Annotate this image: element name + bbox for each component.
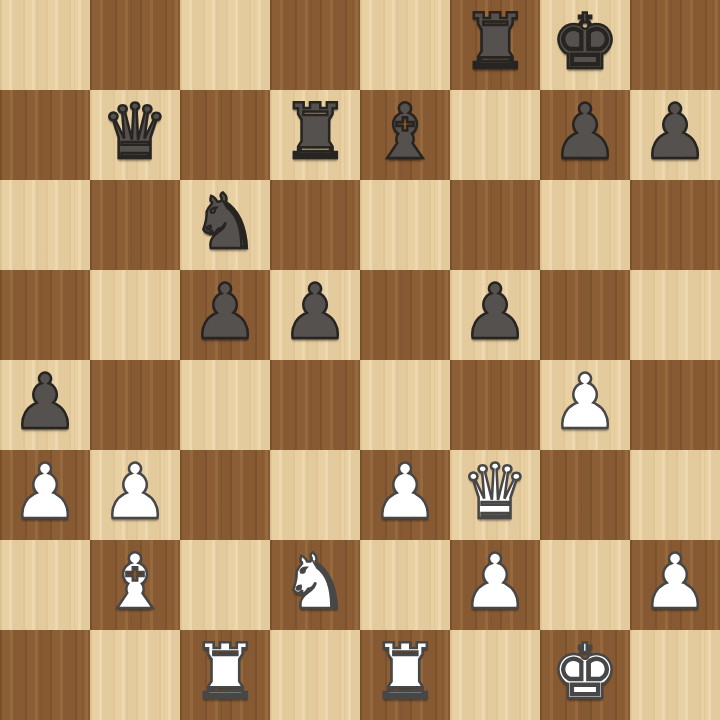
square-c5[interactable]: ♟ <box>180 270 270 360</box>
square-a6[interactable] <box>0 180 90 270</box>
square-e4[interactable] <box>360 360 450 450</box>
white-pawn[interactable]: ♟ <box>90 450 180 540</box>
square-a8[interactable] <box>0 0 90 90</box>
black-rook[interactable]: ♜ <box>270 90 360 180</box>
square-g6[interactable] <box>540 180 630 270</box>
square-h2[interactable]: ♟ <box>630 540 720 630</box>
black-pawn[interactable]: ♟ <box>450 270 540 360</box>
square-f5[interactable]: ♟ <box>450 270 540 360</box>
square-a1[interactable] <box>0 630 90 720</box>
square-c1[interactable]: ♜ <box>180 630 270 720</box>
square-b2[interactable]: ♝ <box>90 540 180 630</box>
white-queen[interactable]: ♛ <box>450 450 540 540</box>
square-a7[interactable] <box>0 90 90 180</box>
square-d6[interactable] <box>270 180 360 270</box>
square-c7[interactable] <box>180 90 270 180</box>
square-b3[interactable]: ♟ <box>90 450 180 540</box>
square-d7[interactable]: ♜ <box>270 90 360 180</box>
square-g1[interactable]: ♚ <box>540 630 630 720</box>
black-queen[interactable]: ♛ <box>90 90 180 180</box>
square-a2[interactable] <box>0 540 90 630</box>
square-c2[interactable] <box>180 540 270 630</box>
black-king[interactable]: ♚ <box>540 0 630 90</box>
square-c8[interactable] <box>180 0 270 90</box>
square-h3[interactable] <box>630 450 720 540</box>
white-bishop[interactable]: ♝ <box>90 540 180 630</box>
square-c3[interactable] <box>180 450 270 540</box>
square-e7[interactable]: ♝ <box>360 90 450 180</box>
square-b1[interactable] <box>90 630 180 720</box>
white-knight[interactable]: ♞ <box>270 540 360 630</box>
white-pawn[interactable]: ♟ <box>630 540 720 630</box>
white-pawn[interactable]: ♟ <box>0 450 90 540</box>
black-pawn[interactable]: ♟ <box>540 90 630 180</box>
square-b8[interactable] <box>90 0 180 90</box>
square-b7[interactable]: ♛ <box>90 90 180 180</box>
square-d3[interactable] <box>270 450 360 540</box>
square-e3[interactable]: ♟ <box>360 450 450 540</box>
square-f8[interactable]: ♜ <box>450 0 540 90</box>
square-f3[interactable]: ♛ <box>450 450 540 540</box>
square-f2[interactable]: ♟ <box>450 540 540 630</box>
square-a3[interactable]: ♟ <box>0 450 90 540</box>
square-g4[interactable]: ♟ <box>540 360 630 450</box>
white-pawn[interactable]: ♟ <box>450 540 540 630</box>
square-f1[interactable] <box>450 630 540 720</box>
square-a5[interactable] <box>0 270 90 360</box>
white-king[interactable]: ♚ <box>540 630 630 720</box>
square-b5[interactable] <box>90 270 180 360</box>
square-a4[interactable]: ♟ <box>0 360 90 450</box>
square-e6[interactable] <box>360 180 450 270</box>
black-pawn[interactable]: ♟ <box>630 90 720 180</box>
black-pawn[interactable]: ♟ <box>270 270 360 360</box>
chess-board-container: ♜♚♛♜♝♟♟♞♟♟♟♟♟♟♟♟♛♝♞♟♟♜♜♚ <box>0 0 720 720</box>
square-f7[interactable] <box>450 90 540 180</box>
square-g3[interactable] <box>540 450 630 540</box>
square-g5[interactable] <box>540 270 630 360</box>
square-f6[interactable] <box>450 180 540 270</box>
square-c4[interactable] <box>180 360 270 450</box>
square-e2[interactable] <box>360 540 450 630</box>
black-knight[interactable]: ♞ <box>180 180 270 270</box>
square-h6[interactable] <box>630 180 720 270</box>
square-b4[interactable] <box>90 360 180 450</box>
square-h1[interactable] <box>630 630 720 720</box>
square-h4[interactable] <box>630 360 720 450</box>
square-h5[interactable] <box>630 270 720 360</box>
black-bishop[interactable]: ♝ <box>360 90 450 180</box>
square-b6[interactable] <box>90 180 180 270</box>
square-d2[interactable]: ♞ <box>270 540 360 630</box>
square-g8[interactable]: ♚ <box>540 0 630 90</box>
square-h8[interactable] <box>630 0 720 90</box>
square-h7[interactable]: ♟ <box>630 90 720 180</box>
square-d1[interactable] <box>270 630 360 720</box>
white-rook[interactable]: ♜ <box>180 630 270 720</box>
square-g7[interactable]: ♟ <box>540 90 630 180</box>
white-pawn[interactable]: ♟ <box>360 450 450 540</box>
black-pawn[interactable]: ♟ <box>0 360 90 450</box>
square-e8[interactable] <box>360 0 450 90</box>
chess-board: ♜♚♛♜♝♟♟♞♟♟♟♟♟♟♟♟♛♝♞♟♟♜♜♚ <box>0 0 720 720</box>
square-f4[interactable] <box>450 360 540 450</box>
white-pawn[interactable]: ♟ <box>540 360 630 450</box>
white-rook[interactable]: ♜ <box>360 630 450 720</box>
black-pawn[interactable]: ♟ <box>180 270 270 360</box>
square-e1[interactable]: ♜ <box>360 630 450 720</box>
black-rook[interactable]: ♜ <box>450 0 540 90</box>
square-c6[interactable]: ♞ <box>180 180 270 270</box>
square-d5[interactable]: ♟ <box>270 270 360 360</box>
square-g2[interactable] <box>540 540 630 630</box>
square-d4[interactable] <box>270 360 360 450</box>
square-e5[interactable] <box>360 270 450 360</box>
square-d8[interactable] <box>270 0 360 90</box>
